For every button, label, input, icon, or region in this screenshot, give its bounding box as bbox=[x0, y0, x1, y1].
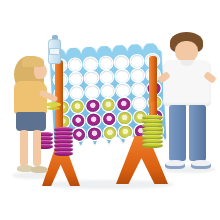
girl-leg bbox=[20, 130, 28, 166]
girl-shoe bbox=[31, 166, 48, 173]
cell-r3c5-empty[interactable] bbox=[116, 84, 129, 97]
cell-r2c4-empty[interactable] bbox=[100, 71, 113, 84]
boy-figure bbox=[160, 32, 218, 174]
cell-r4c4-yellow-disc[interactable] bbox=[102, 99, 115, 112]
cell-r3c6-empty[interactable] bbox=[132, 83, 145, 96]
boy-sneaker bbox=[191, 160, 211, 169]
product-photo-scene bbox=[0, 0, 220, 220]
girl-figure bbox=[6, 56, 64, 180]
cell-r4c3-magenta-disc[interactable] bbox=[86, 99, 99, 112]
boy-jeans-leg bbox=[189, 105, 206, 161]
cell-r2c2-empty[interactable] bbox=[69, 72, 82, 85]
cell-r1c2-empty[interactable] bbox=[69, 58, 82, 71]
cell-r1c4-empty[interactable] bbox=[99, 57, 112, 70]
girl-denim-shorts bbox=[16, 112, 46, 131]
cell-r4c2-yellow-disc[interactable] bbox=[71, 100, 84, 113]
girl-held-yellow-ring bbox=[46, 102, 61, 107]
cell-r1c6-empty[interactable] bbox=[130, 55, 143, 68]
cell-r3c2-empty[interactable] bbox=[70, 86, 83, 99]
boy-sneaker bbox=[165, 160, 185, 169]
girl-shirt bbox=[14, 81, 47, 114]
girl-leg bbox=[33, 130, 41, 166]
bottle-label bbox=[49, 48, 60, 55]
boy-polo-shirt bbox=[163, 60, 211, 106]
cell-r2c6-empty[interactable] bbox=[131, 69, 144, 82]
boy-jeans-leg bbox=[169, 105, 186, 161]
cell-r4c6-empty[interactable] bbox=[133, 97, 146, 110]
cell-r3c4-empty[interactable] bbox=[101, 85, 114, 98]
cell-r1c3-empty[interactable] bbox=[84, 57, 97, 70]
girl-hair-fringe bbox=[22, 56, 44, 67]
cell-r5c2-magenta-disc[interactable] bbox=[72, 114, 85, 127]
cell-r5c5-yellow-disc[interactable] bbox=[118, 112, 131, 125]
cell-r5c3-magenta-disc[interactable] bbox=[87, 113, 100, 126]
cell-r2c3-empty[interactable] bbox=[85, 71, 98, 84]
cell-r1c5-empty[interactable] bbox=[115, 56, 128, 69]
boy-face bbox=[175, 41, 198, 62]
cell-r5c4-magenta-disc[interactable] bbox=[103, 113, 116, 126]
cell-r3c3-empty[interactable] bbox=[86, 85, 99, 98]
cell-r2c5-empty[interactable] bbox=[116, 70, 129, 83]
cell-r4c5-magenta-disc[interactable] bbox=[117, 98, 130, 111]
